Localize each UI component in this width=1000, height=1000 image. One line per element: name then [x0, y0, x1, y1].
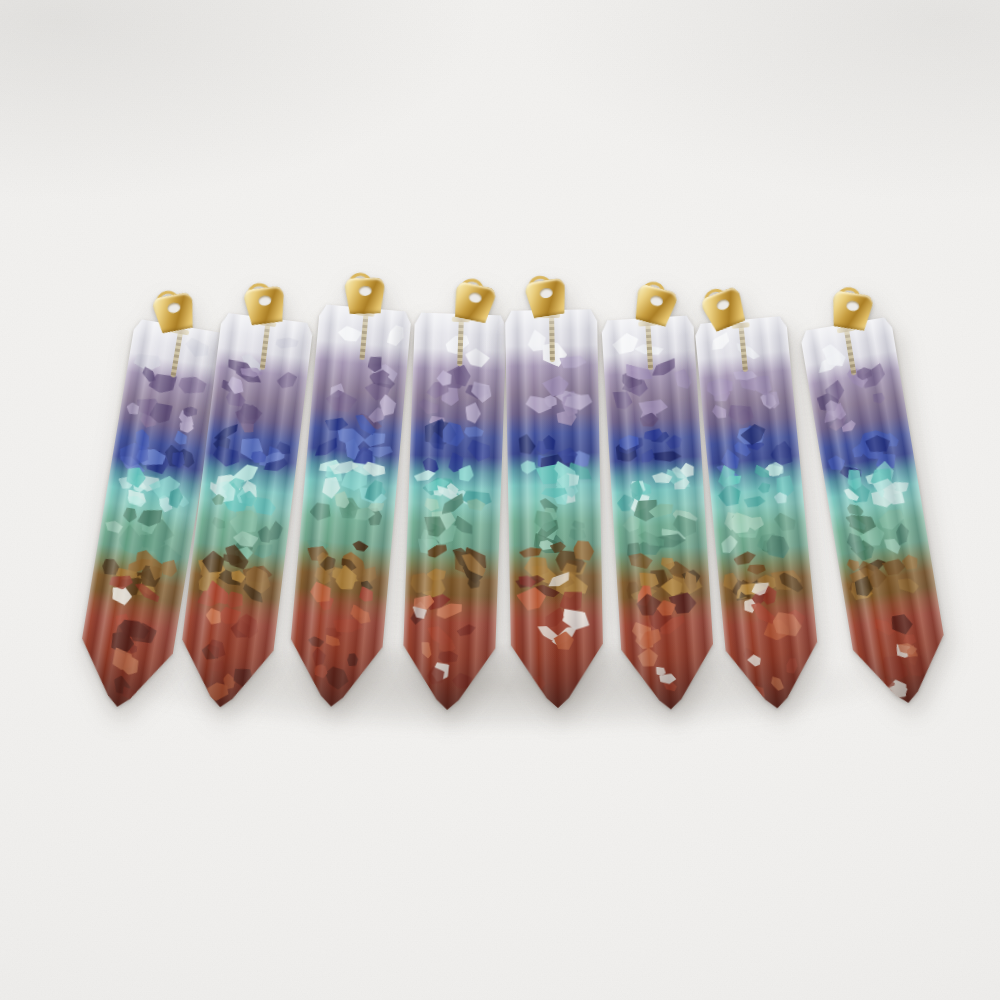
stone-chip-amethyst: [873, 392, 886, 404]
pendant-5: [505, 309, 604, 709]
stone-chip-green-aventurine: [120, 504, 140, 524]
stone-chip-red-jasper: [322, 662, 351, 692]
screw-pin-shaft: [259, 326, 269, 370]
bail: [151, 292, 198, 339]
stone-chip-amethyst: [126, 402, 140, 416]
stone-chip-amethyst: [710, 403, 730, 422]
stone-chip-red-jasper: [636, 645, 661, 670]
stone-chip-lapis-lazuli: [464, 426, 484, 437]
stone-chip-amethyst: [465, 402, 481, 424]
stone-chip-lapis-lazuli: [212, 445, 239, 466]
screw-pin-shaft: [738, 328, 747, 372]
screw-pin-shaft: [549, 318, 555, 362]
stone-chip-tiger-eye: [896, 576, 921, 594]
stone-chip-tiger-eye: [351, 539, 369, 554]
stone-chip-clear-resin: [384, 323, 409, 349]
stone-chip-red-jasper: [451, 671, 473, 691]
stone-chip-red-jasper: [438, 650, 459, 662]
crystal-body: [505, 309, 604, 709]
stone-chip-green-aventurine: [718, 532, 740, 556]
stone-chip-red-jasper: [306, 634, 325, 649]
screw-pin-shaft: [359, 316, 368, 360]
stone-chip-green-aventurine: [846, 503, 865, 517]
stone-chip-green-aventurine: [422, 496, 441, 514]
stone-chip-lapis-lazuli: [512, 432, 539, 459]
stone-chip-green-aventurine: [572, 520, 585, 530]
stone-chip-green-aventurine: [772, 511, 797, 533]
stone-chip-red-jasper: [769, 673, 786, 692]
stone-chip-green-aventurine: [104, 519, 124, 534]
pendant-4: [401, 312, 507, 711]
crystal-body: [800, 316, 954, 710]
screw-pin-shaft: [645, 326, 653, 370]
crystal-body: [401, 312, 507, 711]
stone-chip-amethyst: [417, 398, 440, 416]
stone-chip-red-jasper: [309, 646, 328, 668]
photo-stage: [0, 0, 1000, 1000]
stone-chip-red-jasper: [419, 640, 434, 660]
stone-chip-green-aventurine: [308, 498, 335, 523]
stone-chip-turquoise: [758, 482, 771, 494]
stone-chip-red-jasper: [357, 586, 376, 604]
stone-chip-amethyst: [323, 387, 358, 416]
stone-chip-amethyst: [727, 401, 756, 428]
stone-chip-amethyst: [670, 367, 695, 393]
stone-chip-amethyst: [613, 389, 634, 411]
stone-chip-clear-resin: [611, 329, 643, 358]
screw-pin-shaft: [170, 333, 182, 377]
screw-pin: [731, 322, 754, 372]
stone-chip-amethyst: [470, 379, 492, 403]
stone-chip-red-jasper: [784, 656, 800, 675]
stone-chip-red-jasper: [230, 665, 255, 689]
bail-hole: [358, 286, 371, 296]
stone-chip-amethyst: [275, 369, 300, 392]
stone-chip-clear-resin: [275, 336, 299, 348]
screw-pin-shaft: [844, 331, 856, 375]
stone-chip-green-aventurine: [210, 515, 228, 532]
pendant-row: [0, 0, 1000, 1000]
stone-chip-turquoise: [743, 494, 766, 509]
stone-chip-amethyst: [178, 376, 207, 394]
bail: [243, 285, 288, 330]
stone-chip-red-jasper: [346, 653, 359, 668]
stone-chip-tiger-eye: [881, 556, 906, 578]
stone-chip-turquoise: [518, 458, 537, 476]
bail: [829, 290, 874, 335]
stone-chip-lapis-lazuli: [652, 450, 682, 461]
stone-chip-red-jasper: [528, 674, 547, 693]
stone-chip-tiger-eye: [846, 559, 859, 572]
screw-pin-shaft: [457, 322, 464, 366]
stone-chip-red-jasper: [750, 683, 766, 701]
screw-pin: [450, 317, 470, 367]
stone-chip-red-jasper: [209, 659, 227, 675]
stone-chip-green-aventurine: [253, 542, 275, 559]
bail: [345, 278, 386, 319]
stone-chip-tiger-eye: [746, 562, 766, 577]
stone-chip-lapis-lazuli: [466, 439, 490, 462]
stone-chip-lapis-lazuli: [251, 451, 266, 463]
stone-chip-lapis-lazuli: [312, 436, 342, 460]
stone-chip-red-jasper: [456, 623, 478, 639]
pendant-8: [800, 316, 954, 710]
bail: [524, 277, 570, 323]
bail: [450, 281, 497, 328]
